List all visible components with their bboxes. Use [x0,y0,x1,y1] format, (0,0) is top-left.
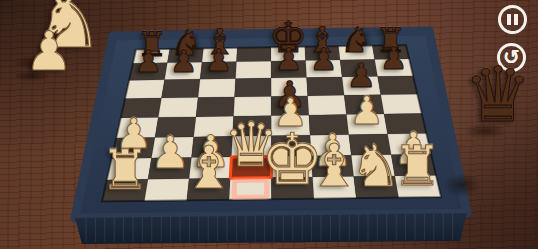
piece-black-pawn-c7[interactable]: ♟ [205,45,233,76]
chess-game-scene: ♜♞♝♚♝♞♜♟♟♟♟♟♟♟♟♟♟♟♟♟♛♟♟♜♝♚♝♞♜ ♞♟ ♛ ↺ [0,0,538,249]
square-c6[interactable] [198,79,236,98]
piece-black-pawn-e7[interactable]: ♟ [275,44,303,75]
piece-black-pawn-b7[interactable]: ♟ [170,46,198,77]
pause-button[interactable] [498,5,527,34]
square-d6[interactable] [235,78,272,97]
piece-white-bishop-c1[interactable]: ♝ [182,138,235,197]
piece-black-pawn-a7[interactable]: ♟ [135,46,163,77]
piece-black-pawn-h7[interactable]: ♟ [380,43,408,74]
piece-white-pawn-g4[interactable]: ♟ [349,92,384,131]
square-h5[interactable] [381,94,422,114]
piece-white-rook-a1[interactable]: ♜ [101,143,150,198]
square-f5[interactable] [308,95,347,115]
piece-white-rook-h1[interactable]: ♜ [393,139,442,194]
square-b5[interactable] [158,98,198,118]
captured-black-queen: ♛ [464,57,532,133]
square-f6[interactable] [307,77,345,96]
pause-icon-bar2 [514,14,518,25]
square-a6[interactable] [125,80,165,99]
square-d8[interactable] [237,47,272,61]
piece-black-pawn-g6[interactable]: ♟ [346,59,376,93]
captured-white-pawn: ♟ [25,25,73,79]
piece-black-knight-g8[interactable]: ♞ [341,22,372,57]
square-b6[interactable] [162,79,201,98]
piece-black-pawn-f7[interactable]: ♟ [310,44,338,75]
square-d7[interactable] [236,61,272,78]
pause-icon [507,14,511,25]
